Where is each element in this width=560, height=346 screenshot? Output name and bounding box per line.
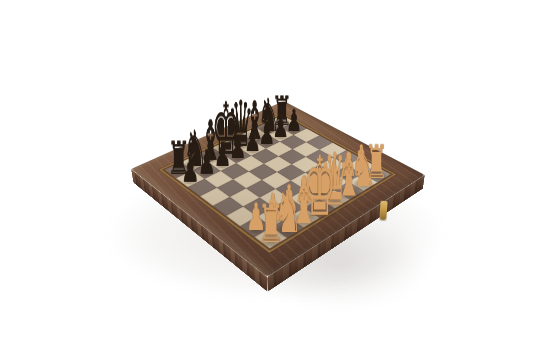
- black-rook-icon: ♜: [153, 135, 203, 181]
- white-rook-shadow: [257, 231, 286, 251]
- black-pawn-shadow: [285, 125, 303, 134]
- black-pawn-shadow: [180, 175, 200, 187]
- chess-set-product-photo: ♜♞♝♛♚♝♞♜♟♟♟♟♟♟♟♟♟♟♟♟♟♟♟♟♜♞♝♛♚♝♞♜: [0, 0, 560, 346]
- brass-clasp: [379, 201, 387, 220]
- white-pawn-shadow: [245, 222, 267, 237]
- white-pawn-shadow: [310, 186, 331, 198]
